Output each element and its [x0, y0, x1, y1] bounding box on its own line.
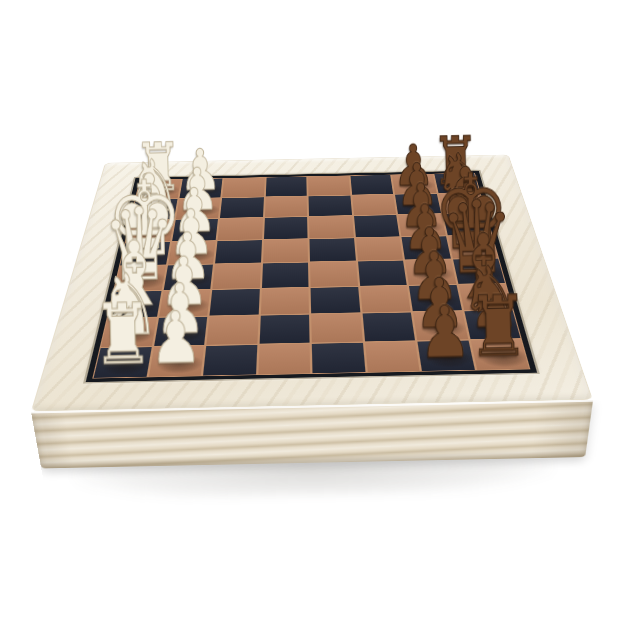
- scene: ♜♞♝♛♚♝♞♜♟♟♟♟♟♟♟♟♟♟♟♟♟♟♟♟♜♞♝♛♚♝♞♜: [0, 0, 620, 620]
- piece-layer: ♜♞♝♛♚♝♞♜♟♟♟♟♟♟♟♟♟♟♟♟♟♟♟♟♜♞♝♛♚♝♞♜: [31, 155, 593, 412]
- chess-box: ♜♞♝♛♚♝♞♜♟♟♟♟♟♟♟♟♟♟♟♟♟♟♟♟♜♞♝♛♚♝♞♜: [31, 155, 593, 412]
- box-front: [31, 400, 593, 469]
- product-photo: ♜♞♝♛♚♝♞♜♟♟♟♟♟♟♟♟♟♟♟♟♟♟♟♟♜♞♝♛♚♝♞♜: [0, 0, 620, 620]
- camera-tilt: ♜♞♝♛♚♝♞♜♟♟♟♟♟♟♟♟♟♟♟♟♟♟♟♟♜♞♝♛♚♝♞♜: [0, 0, 620, 620]
